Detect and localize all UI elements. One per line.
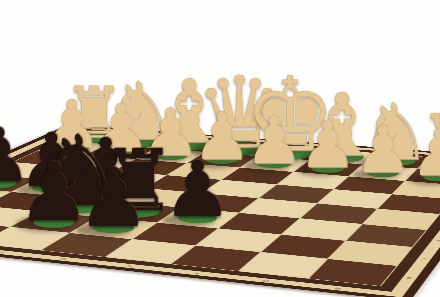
file-label-c: C: [0, 250, 7, 254]
board-frame: ABCDEFGH12345678: [0, 124, 440, 297]
file-label-g: G: [261, 278, 272, 282]
board-inner-frame: [0, 128, 440, 291]
product-photo: ABCDEFGH12345678 ♜♞♝♛♚♝♞♜♟♟♟♟♟♟♟♟♟♟♟♝♞♜♟…: [0, 0, 440, 297]
board-grid: [0, 131, 440, 286]
file-label-e: E: [124, 264, 134, 268]
chessboard: ABCDEFGH12345678: [0, 124, 440, 297]
file-label-f: F: [192, 271, 201, 275]
board-inlay-border: ABCDEFGH12345678: [0, 126, 440, 297]
file-label-h: H: [333, 286, 343, 291]
rank-label-8: 8: [402, 275, 418, 280]
rank-label-7: 7: [417, 256, 432, 261]
rank-label-6: 6: [431, 238, 440, 242]
file-label-d: D: [59, 257, 70, 261]
